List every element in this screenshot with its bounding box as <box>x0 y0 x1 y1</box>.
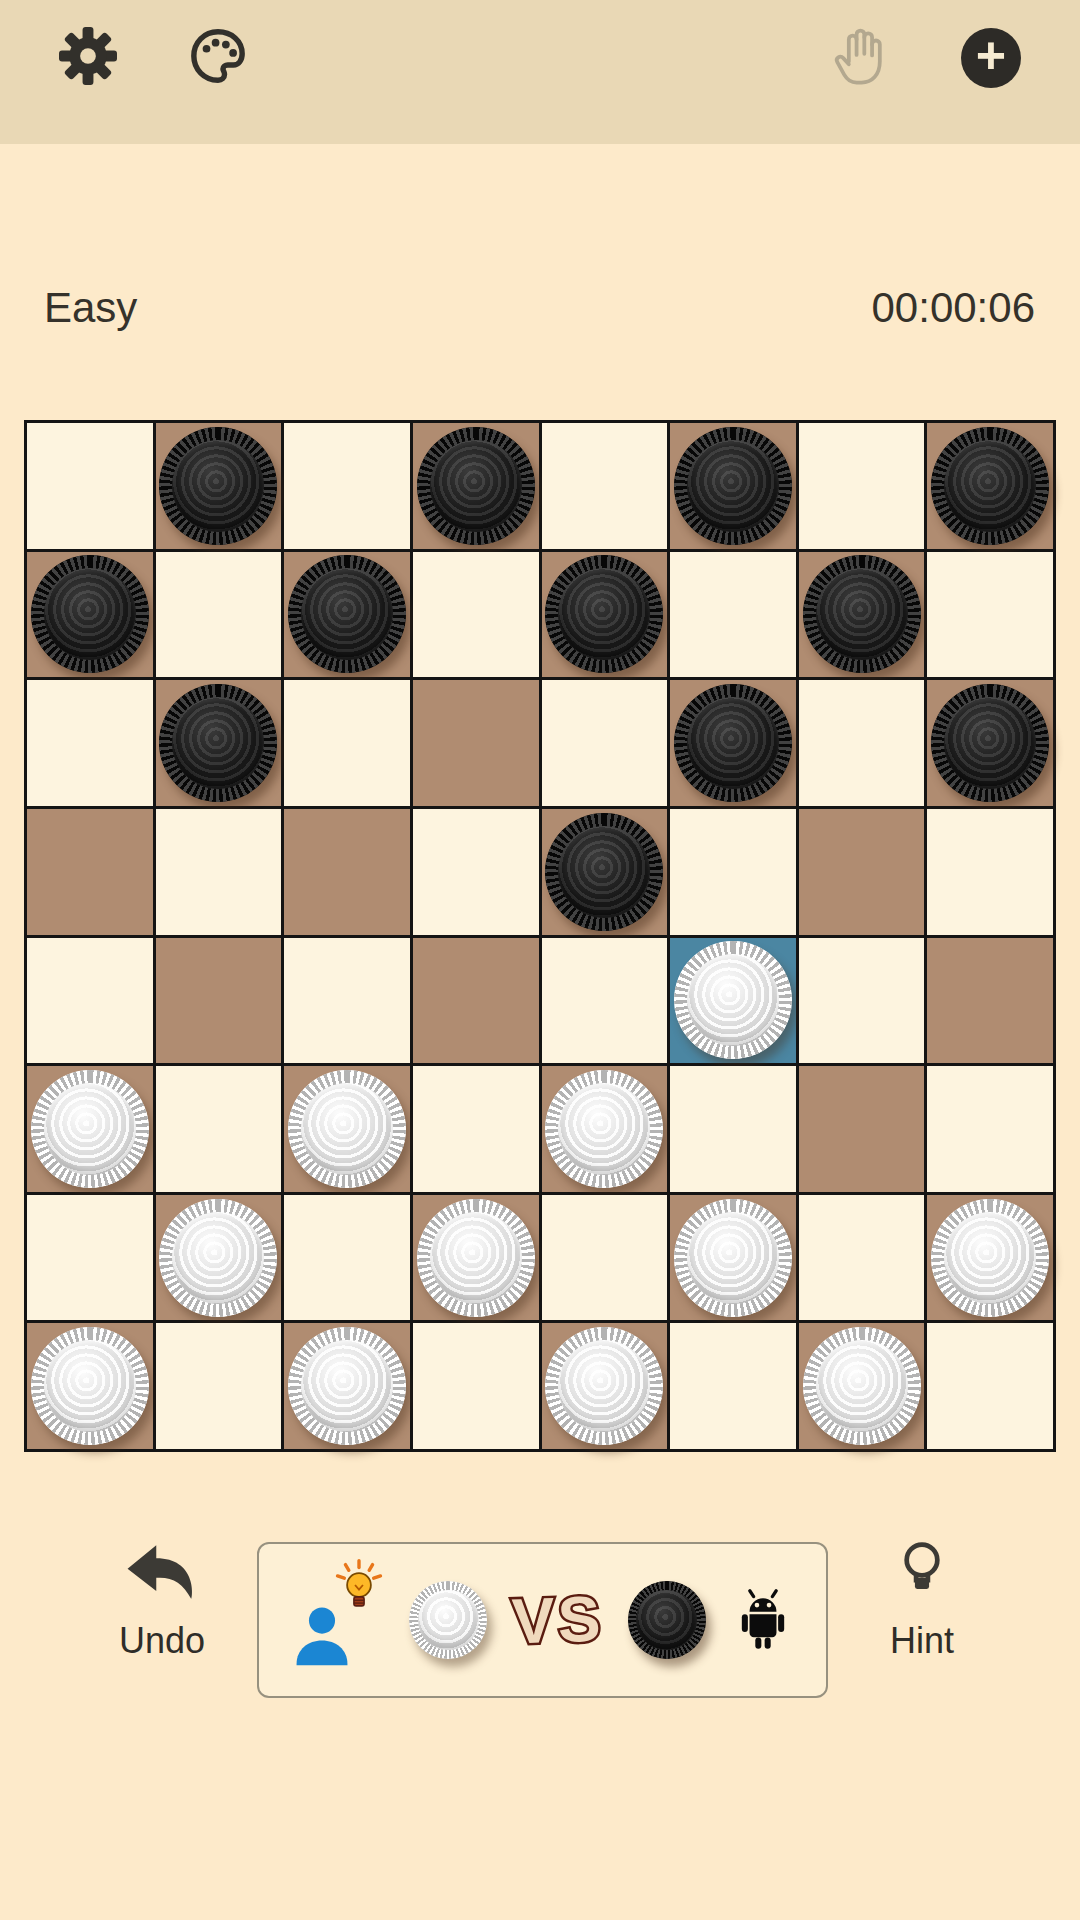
board-cell-f8[interactable] <box>670 423 796 549</box>
board-cell-a6[interactable] <box>27 680 153 806</box>
difficulty-label: Easy <box>44 284 137 332</box>
android-robot-icon <box>730 1637 796 1654</box>
board <box>24 420 1056 1452</box>
new-game-button[interactable]: + <box>961 28 1021 88</box>
white-checker[interactable] <box>31 1070 149 1188</box>
board-cell-a4[interactable] <box>27 938 153 1064</box>
board-cell-g6[interactable] <box>799 680 925 806</box>
board-cell-e6[interactable] <box>542 680 668 806</box>
theme-button[interactable] <box>188 28 248 88</box>
board-cell-d2[interactable] <box>413 1195 539 1321</box>
black-checker[interactable] <box>545 555 663 673</box>
hand-icon <box>833 25 889 91</box>
board-cell-c8[interactable] <box>284 423 410 549</box>
board-cell-a8[interactable] <box>27 423 153 549</box>
board-cell-g2[interactable] <box>799 1195 925 1321</box>
board-cell-e2[interactable] <box>542 1195 668 1321</box>
undo-arrow-icon <box>125 1592 199 1609</box>
plus-icon: + <box>976 29 1006 81</box>
board-cell-h8[interactable] <box>927 423 1053 549</box>
black-checker[interactable] <box>31 555 149 673</box>
board-cell-a7[interactable] <box>27 552 153 678</box>
board-cell-c6[interactable] <box>284 680 410 806</box>
board-cell-f3[interactable] <box>670 1066 796 1192</box>
board-cell-a3[interactable] <box>27 1066 153 1192</box>
hint-label: Hint <box>852 1620 992 1662</box>
board-cell-h2[interactable] <box>927 1195 1053 1321</box>
game-timer: 00:00:06 <box>872 284 1036 332</box>
black-checker[interactable] <box>931 427 1049 545</box>
board-cell-a5[interactable] <box>27 809 153 935</box>
black-checker[interactable] <box>417 427 535 545</box>
board-cell-e5[interactable] <box>542 809 668 935</box>
board-cell-f1[interactable] <box>670 1323 796 1449</box>
white-checker[interactable] <box>545 1070 663 1188</box>
gear-icon <box>59 27 117 89</box>
board-cell-c4[interactable] <box>284 938 410 1064</box>
white-checker[interactable] <box>674 1199 792 1317</box>
board-cell-g3[interactable] <box>799 1066 925 1192</box>
board-cell-b7[interactable] <box>156 552 282 678</box>
board-cell-h3[interactable] <box>927 1066 1053 1192</box>
board-cell-a1[interactable] <box>27 1323 153 1449</box>
vs-label: VS <box>511 1581 605 1658</box>
board-cell-h1[interactable] <box>927 1323 1053 1449</box>
board-cell-f4[interactable] <box>670 938 796 1064</box>
black-checker[interactable] <box>803 555 921 673</box>
board-cell-c7[interactable] <box>284 552 410 678</box>
undo-label: Undo <box>92 1620 232 1662</box>
black-checker[interactable] <box>159 684 277 802</box>
board-cell-c5[interactable] <box>284 809 410 935</box>
board-cell-g4[interactable] <box>799 938 925 1064</box>
board-cell-b8[interactable] <box>156 423 282 549</box>
board-cell-c2[interactable] <box>284 1195 410 1321</box>
settings-button[interactable] <box>58 28 118 88</box>
board-cell-f5[interactable] <box>670 809 796 935</box>
board-cell-c1[interactable] <box>284 1323 410 1449</box>
board-cell-b3[interactable] <box>156 1066 282 1192</box>
hand-button[interactable] <box>831 28 891 88</box>
board-cell-f7[interactable] <box>670 552 796 678</box>
board-cell-g1[interactable] <box>799 1323 925 1449</box>
board-cell-b2[interactable] <box>156 1195 282 1321</box>
board-cell-d5[interactable] <box>413 809 539 935</box>
white-checker[interactable] <box>288 1327 406 1445</box>
board-cell-g8[interactable] <box>799 423 925 549</box>
board-cell-d4[interactable] <box>413 938 539 1064</box>
palette-icon <box>189 27 247 89</box>
black-checker[interactable] <box>159 427 277 545</box>
board-cell-e1[interactable] <box>542 1323 668 1449</box>
top-bar: + <box>0 0 1080 144</box>
board-cell-h6[interactable] <box>927 680 1053 806</box>
white-checker <box>409 1581 487 1659</box>
board-cell-f6[interactable] <box>670 680 796 806</box>
android-player <box>730 1585 796 1655</box>
board-cell-h4[interactable] <box>927 938 1053 1064</box>
hint-button[interactable]: Hint <box>852 1540 992 1662</box>
human-player <box>289 1560 385 1680</box>
black-checker[interactable] <box>288 555 406 673</box>
board-cell-g7[interactable] <box>799 552 925 678</box>
white-checker[interactable] <box>674 941 792 1059</box>
board-cell-e3[interactable] <box>542 1066 668 1192</box>
board-cell-h7[interactable] <box>927 552 1053 678</box>
board-cell-f2[interactable] <box>670 1195 796 1321</box>
board-cell-b6[interactable] <box>156 680 282 806</box>
board-cell-e4[interactable] <box>542 938 668 1064</box>
white-checker[interactable] <box>417 1199 535 1317</box>
board-cell-a2[interactable] <box>27 1195 153 1321</box>
white-checker[interactable] <box>159 1199 277 1317</box>
matchup-panel: VS <box>257 1542 828 1698</box>
board-cell-d1[interactable] <box>413 1323 539 1449</box>
white-checker[interactable] <box>288 1070 406 1188</box>
idea-bulb-icon <box>333 1558 385 1616</box>
board-cell-c3[interactable] <box>284 1066 410 1192</box>
board-cell-e8[interactable] <box>542 423 668 549</box>
black-checker[interactable] <box>931 684 1049 802</box>
white-checker[interactable] <box>31 1327 149 1445</box>
board-cell-b5[interactable] <box>156 809 282 935</box>
board-cell-b1[interactable] <box>156 1323 282 1449</box>
black-checker <box>628 1581 706 1659</box>
board-cell-b4[interactable] <box>156 938 282 1064</box>
white-checker[interactable] <box>803 1327 921 1445</box>
board-cell-d7[interactable] <box>413 552 539 678</box>
black-checker[interactable] <box>674 427 792 545</box>
black-checker[interactable] <box>674 684 792 802</box>
undo-button[interactable]: Undo <box>92 1544 232 1662</box>
board-cell-d6[interactable] <box>413 680 539 806</box>
board-cell-h5[interactable] <box>927 809 1053 935</box>
board-cell-e7[interactable] <box>542 552 668 678</box>
white-checker[interactable] <box>545 1327 663 1445</box>
board-cell-d3[interactable] <box>413 1066 539 1192</box>
board-cell-g5[interactable] <box>799 809 925 935</box>
white-checker[interactable] <box>931 1199 1049 1317</box>
board-cell-d8[interactable] <box>413 423 539 549</box>
black-checker[interactable] <box>545 813 663 931</box>
lightbulb-icon <box>893 1592 951 1609</box>
